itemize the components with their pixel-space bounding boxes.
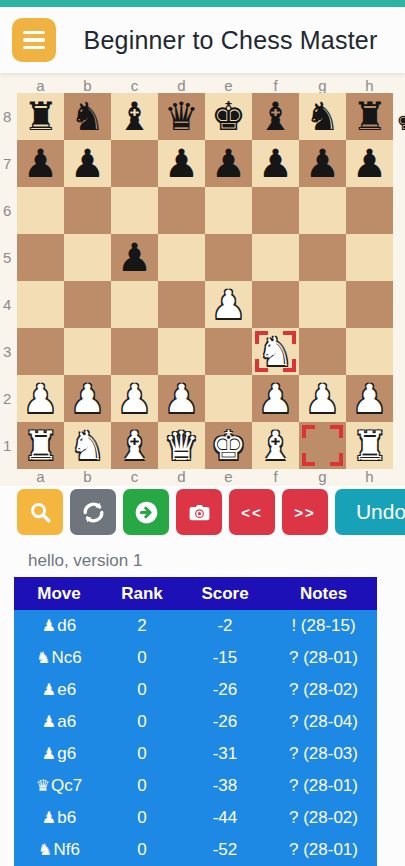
square-f4[interactable] — [252, 281, 299, 328]
black-pawn-d7[interactable]: ♟ — [164, 144, 199, 183]
square-a3[interactable] — [17, 328, 64, 375]
table-header-row: Move Rank Score Notes — [14, 577, 377, 610]
square-a6[interactable] — [17, 187, 64, 234]
rank-label-7: 7 — [0, 140, 17, 187]
square-e7[interactable]: ♟ — [205, 140, 252, 187]
file-label-d: d — [158, 78, 205, 93]
square-d4[interactable] — [158, 281, 205, 328]
square-h7[interactable]: ♟ — [346, 140, 393, 187]
square-f7[interactable]: ♟ — [252, 140, 299, 187]
move-row-d6[interactable]: ♟d62-2! (28-15) — [14, 610, 377, 642]
rank-label-3: 3 — [0, 328, 17, 375]
square-h4[interactable] — [346, 281, 393, 328]
chess-board[interactable]: ♜♞♝♛♚♝♞♜♟♟♟♟♟♟♟♟♟♞♟♟♟♟♟♟♟♜♞♝♛♚♝♜ — [17, 93, 393, 469]
black-pawn-a7[interactable]: ♟ — [23, 144, 58, 183]
white-pawn-f2[interactable]: ♟ — [258, 379, 293, 418]
rank-cell: 0 — [104, 770, 180, 802]
undo-button[interactable]: Undo — [335, 489, 405, 535]
move-cell[interactable]: ♞Nc6 — [14, 642, 104, 674]
white-rook-a1[interactable]: ♜ — [23, 426, 58, 465]
file-label-d: d — [158, 469, 205, 484]
black-knight-g8[interactable]: ♞ — [305, 97, 340, 136]
file-label-f: f — [252, 78, 299, 93]
white-knight-f3[interactable]: ♞ — [258, 332, 293, 371]
fast-forward-button[interactable]: >> — [282, 489, 328, 535]
move-cell[interactable]: ♟b6 — [14, 802, 104, 834]
notes-cell: ? (28-04) — [270, 706, 377, 738]
board-section: abcdefgh 87654321 ♜♞♝♛♚♝♞♜♟♟♟♟♟♟♟♟♟♞♟♟♟♟… — [0, 73, 405, 486]
square-h5[interactable] — [346, 234, 393, 281]
white-pawn-d2[interactable]: ♟ — [164, 379, 199, 418]
square-d6[interactable] — [158, 187, 205, 234]
move-row-b6[interactable]: ♟b60-44? (28-02) — [14, 802, 377, 834]
white-queen-d1[interactable]: ♛ — [164, 426, 199, 465]
square-b4[interactable] — [64, 281, 111, 328]
square-b1[interactable]: ♞ — [64, 422, 111, 469]
move-cell[interactable]: ♟a6 — [14, 706, 104, 738]
move-row-Nc6[interactable]: ♞Nc60-15? (28-01) — [14, 642, 377, 674]
square-e3[interactable] — [205, 328, 252, 375]
play-forward-button[interactable] — [123, 489, 169, 535]
square-a4[interactable] — [17, 281, 64, 328]
piece-icon: ♟ — [42, 616, 56, 635]
rank-label-1: 1 — [0, 422, 17, 469]
square-c6[interactable] — [111, 187, 158, 234]
white-bishop-c1[interactable]: ♝ — [117, 426, 152, 465]
black-pawn-c5[interactable]: ♟ — [117, 238, 152, 277]
notes-cell: ? (28-03) — [270, 738, 377, 770]
square-b5[interactable] — [64, 234, 111, 281]
square-d5[interactable] — [158, 234, 205, 281]
notes-cell: ! (28-15) — [270, 610, 377, 642]
rank-cell: 0 — [104, 706, 180, 738]
search-button[interactable] — [17, 489, 63, 535]
move-cell[interactable]: ♟g6 — [14, 738, 104, 770]
piece-icon: ♟ — [42, 680, 56, 699]
white-pawn-e4[interactable]: ♟ — [211, 285, 246, 324]
move-cell[interactable]: ♟d6 — [14, 610, 104, 642]
square-c2[interactable]: ♟ — [111, 375, 158, 422]
square-h1[interactable]: ♜ — [346, 422, 393, 469]
white-pawn-b2[interactable]: ♟ — [70, 379, 105, 418]
square-f5[interactable] — [252, 234, 299, 281]
black-bishop-c8[interactable]: ♝ — [117, 97, 152, 136]
file-label-c: c — [111, 78, 158, 93]
score-cell: -52 — [180, 834, 270, 866]
file-label-b: b — [64, 78, 111, 93]
white-knight-b1[interactable]: ♞ — [70, 426, 105, 465]
square-g8[interactable]: ♞ — [299, 93, 346, 140]
file-labels-bottom: abcdefgh — [17, 469, 405, 484]
rank-label-6: 6 — [0, 187, 17, 234]
score-cell: -15 — [180, 642, 270, 674]
square-e5[interactable] — [205, 234, 252, 281]
black-knight-b8[interactable]: ♞ — [70, 97, 105, 136]
move-cell[interactable]: ♟e6 — [14, 674, 104, 706]
square-b3[interactable] — [64, 328, 111, 375]
square-f6[interactable] — [252, 187, 299, 234]
file-label-e: e — [205, 78, 252, 93]
move-cell[interactable]: ♛Qc7 — [14, 770, 104, 802]
square-e8[interactable]: ♚ — [205, 93, 252, 140]
rank-label-4: 4 — [0, 281, 17, 328]
piece-icon: ♟ — [42, 712, 56, 731]
file-label-a: a — [17, 469, 64, 484]
black-pawn-g7[interactable]: ♟ — [305, 144, 340, 183]
notes-cell: ? (28-01) — [270, 770, 377, 802]
square-g7[interactable]: ♟ — [299, 140, 346, 187]
file-label-b: b — [64, 469, 111, 484]
square-f3[interactable]: ♞ — [252, 328, 299, 375]
black-pawn-f7[interactable]: ♟ — [258, 144, 293, 183]
file-label-a: a — [17, 78, 64, 93]
white-pawn-c2[interactable]: ♟ — [117, 379, 152, 418]
square-g2[interactable]: ♟ — [299, 375, 346, 422]
square-f1[interactable]: ♝ — [252, 422, 299, 469]
white-bishop-f1[interactable]: ♝ — [258, 426, 293, 465]
move-row-a6[interactable]: ♟a60-26? (28-04) — [14, 706, 377, 738]
toolbar: << >> Undo — [17, 489, 405, 535]
rank-labels: 87654321 — [0, 93, 17, 469]
black-queen-d8[interactable]: ♛ — [164, 97, 199, 136]
move-analysis-table: Move Rank Score Notes ♟d62-2! (28-15)♞Nc… — [14, 577, 377, 866]
move-row-Qc7[interactable]: ♛Qc70-38? (28-01) — [14, 770, 377, 802]
square-c1[interactable]: ♝ — [111, 422, 158, 469]
black-rook-h8[interactable]: ♜ — [352, 97, 387, 136]
square-f8[interactable]: ♝ — [252, 93, 299, 140]
score-cell: -38 — [180, 770, 270, 802]
camera-icon — [186, 499, 213, 526]
magnifier-icon — [27, 499, 54, 526]
file-labels-top: abcdefgh — [17, 78, 405, 93]
square-c4[interactable] — [111, 281, 158, 328]
square-e2[interactable] — [205, 375, 252, 422]
column-header-score: Score — [180, 577, 270, 610]
file-label-g: g — [299, 78, 346, 93]
double-chevron-right-icon: >> — [294, 504, 316, 521]
black-pawn-b7[interactable]: ♟ — [70, 144, 105, 183]
square-e4[interactable]: ♟ — [205, 281, 252, 328]
hamburger-menu-button[interactable] — [12, 18, 56, 62]
file-label-c: c — [111, 469, 158, 484]
refresh-button[interactable] — [70, 489, 116, 535]
piece-icon: ♞ — [38, 840, 52, 859]
file-label-h: h — [346, 78, 393, 93]
black-rook-a8[interactable]: ♜ — [23, 97, 58, 136]
white-king-e1[interactable]: ♚ — [211, 426, 246, 465]
square-g6[interactable] — [299, 187, 346, 234]
square-c5[interactable]: ♟ — [111, 234, 158, 281]
move-cell[interactable]: ♞Nf6 — [14, 834, 104, 866]
square-h3[interactable] — [346, 328, 393, 375]
square-b2[interactable]: ♟ — [64, 375, 111, 422]
score-cell: -26 — [180, 706, 270, 738]
square-f2[interactable]: ♟ — [252, 375, 299, 422]
score-cell: -44 — [180, 802, 270, 834]
square-h6[interactable] — [346, 187, 393, 234]
square-g1[interactable] — [299, 422, 346, 469]
offboard-black-king-piece: ♚ — [396, 109, 405, 134]
page-title: Beginner to Chess Master — [56, 26, 405, 55]
rank-label-5: 5 — [0, 234, 17, 281]
notes-cell: ? (28-01) — [270, 834, 377, 866]
rank-label-8: 8 — [0, 93, 17, 140]
square-c8[interactable]: ♝ — [111, 93, 158, 140]
white-pawn-a2[interactable]: ♟ — [23, 379, 58, 418]
square-e1[interactable]: ♚ — [205, 422, 252, 469]
rank-cell: 0 — [104, 802, 180, 834]
square-c7[interactable] — [111, 140, 158, 187]
square-a5[interactable] — [17, 234, 64, 281]
square-a1[interactable]: ♜ — [17, 422, 64, 469]
rank-cell: 0 — [104, 738, 180, 770]
piece-icon: ♟ — [42, 744, 56, 763]
piece-icon: ♞ — [36, 648, 50, 667]
square-d2[interactable]: ♟ — [158, 375, 205, 422]
double-chevron-left-icon: << — [241, 504, 263, 521]
rank-cell: 0 — [104, 642, 180, 674]
column-header-notes: Notes — [270, 577, 377, 610]
square-g3[interactable] — [299, 328, 346, 375]
square-a7[interactable]: ♟ — [17, 140, 64, 187]
top-accent-bar — [0, 0, 405, 7]
square-c3[interactable] — [111, 328, 158, 375]
move-row-Nf6[interactable]: ♞Nf60-52? (28-01) — [14, 834, 377, 866]
square-a2[interactable]: ♟ — [17, 375, 64, 422]
app-header: Beginner to Chess Master — [0, 7, 405, 73]
square-h2[interactable]: ♟ — [346, 375, 393, 422]
notes-cell: ? (28-02) — [270, 674, 377, 706]
square-d7[interactable]: ♟ — [158, 140, 205, 187]
black-king-e8[interactable]: ♚ — [211, 97, 246, 136]
rank-cell: 0 — [104, 834, 180, 866]
white-pawn-h2[interactable]: ♟ — [352, 379, 387, 418]
rank-cell: 2 — [104, 610, 180, 642]
black-bishop-f8[interactable]: ♝ — [258, 97, 293, 136]
square-a8[interactable]: ♜ — [17, 93, 64, 140]
notes-cell: ? (28-02) — [270, 802, 377, 834]
hamburger-icon — [23, 31, 45, 34]
square-b6[interactable] — [64, 187, 111, 234]
piece-icon: ♟ — [42, 808, 56, 827]
square-d8[interactable]: ♛ — [158, 93, 205, 140]
score-cell: -26 — [180, 674, 270, 706]
black-pawn-h7[interactable]: ♟ — [352, 144, 387, 183]
rank-cell: 0 — [104, 674, 180, 706]
square-g5[interactable] — [299, 234, 346, 281]
column-header-move: Move — [14, 577, 104, 610]
square-d3[interactable] — [158, 328, 205, 375]
file-label-e: e — [205, 469, 252, 484]
black-pawn-e7[interactable]: ♟ — [211, 144, 246, 183]
file-label-h: h — [346, 469, 393, 484]
white-pawn-g2[interactable]: ♟ — [305, 379, 340, 418]
file-label-f: f — [252, 469, 299, 484]
chess-app: { "app": { "title": "Beginner to Chess M… — [0, 0, 405, 866]
column-header-rank: Rank — [104, 577, 180, 610]
refresh-icon — [80, 499, 107, 526]
status-text: hello, version 1 — [28, 551, 405, 571]
arrow-circle-right-icon — [133, 499, 160, 526]
square-e6[interactable] — [205, 187, 252, 234]
square-b7[interactable]: ♟ — [64, 140, 111, 187]
square-g4[interactable] — [299, 281, 346, 328]
rank-label-2: 2 — [0, 375, 17, 422]
file-label-g: g — [299, 469, 346, 484]
score-cell: -31 — [180, 738, 270, 770]
camera-button[interactable] — [176, 489, 222, 535]
score-cell: -2 — [180, 610, 270, 642]
square-h8[interactable]: ♜ — [346, 93, 393, 140]
square-d1[interactable]: ♛ — [158, 422, 205, 469]
move-row-e6[interactable]: ♟e60-26? (28-02) — [14, 674, 377, 706]
piece-icon: ♛ — [36, 776, 50, 795]
white-rook-h1[interactable]: ♜ — [352, 426, 387, 465]
notes-cell: ? (28-01) — [270, 642, 377, 674]
rewind-button[interactable]: << — [229, 489, 275, 535]
move-row-g6[interactable]: ♟g60-31? (28-03) — [14, 738, 377, 770]
square-b8[interactable]: ♞ — [64, 93, 111, 140]
